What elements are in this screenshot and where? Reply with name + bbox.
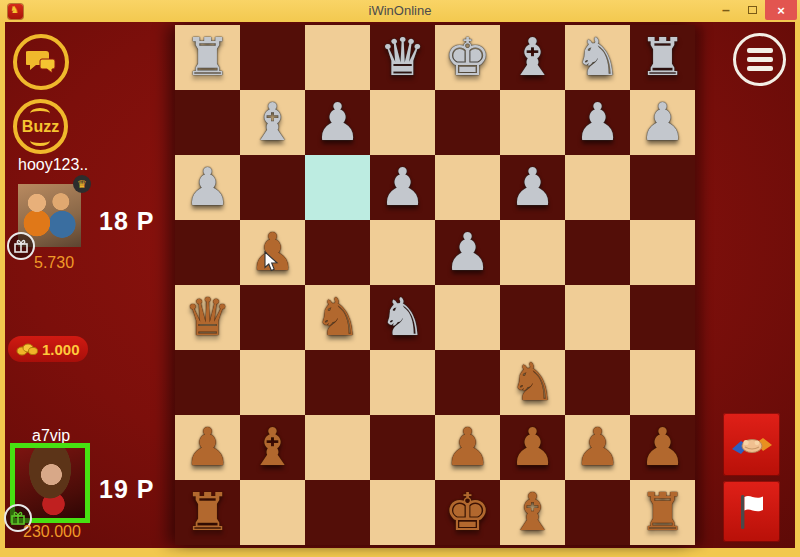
square-a5[interactable] [175, 220, 240, 285]
square-b3[interactable] [240, 350, 305, 415]
square-e4[interactable] [435, 285, 500, 350]
black-knight-d4[interactable]: ♞ [379, 285, 426, 350]
square-g4[interactable] [565, 285, 630, 350]
white-queen-a4[interactable]: ♛ [184, 285, 231, 350]
square-c5[interactable] [305, 220, 370, 285]
square-c7[interactable]: ♟ [305, 90, 370, 155]
square-e8[interactable]: ♚ [435, 25, 500, 90]
stake-badge: 1.000 [8, 336, 88, 362]
white-king-e1[interactable]: ♚ [444, 480, 491, 545]
square-f2[interactable]: ♟ [500, 415, 565, 480]
player-coins: 230.000 [23, 523, 81, 541]
player-points: 19 P [99, 475, 154, 504]
square-b8[interactable] [240, 25, 305, 90]
square-h5[interactable] [630, 220, 695, 285]
offer-draw-button[interactable] [723, 413, 780, 476]
square-a7[interactable] [175, 90, 240, 155]
maximize-button[interactable] [739, 0, 765, 20]
square-h6[interactable] [630, 155, 695, 220]
opponent-gift-button[interactable] [7, 232, 35, 260]
square-a8[interactable]: ♜ [175, 25, 240, 90]
square-d4[interactable]: ♞ [370, 285, 435, 350]
square-g8[interactable]: ♞ [565, 25, 630, 90]
square-b5[interactable]: ♟ [240, 220, 305, 285]
white-flag-icon [735, 492, 769, 532]
resign-button[interactable] [723, 481, 780, 542]
square-g5[interactable] [565, 220, 630, 285]
square-c6[interactable] [305, 155, 370, 220]
opponent-name: hooy123.. [18, 156, 88, 174]
handshake-icon [731, 429, 773, 461]
square-e3[interactable] [435, 350, 500, 415]
square-a4[interactable]: ♛ [175, 285, 240, 350]
square-h3[interactable] [630, 350, 695, 415]
square-d7[interactable] [370, 90, 435, 155]
square-d6[interactable]: ♟ [370, 155, 435, 220]
square-c1[interactable] [305, 480, 370, 545]
square-g2[interactable]: ♟ [565, 415, 630, 480]
maximize-icon [748, 6, 757, 14]
black-pawn-g7[interactable]: ♟ [574, 90, 621, 155]
square-g6[interactable] [565, 155, 630, 220]
square-f3[interactable]: ♞ [500, 350, 565, 415]
white-knight-f3[interactable]: ♞ [509, 350, 556, 415]
square-h7[interactable]: ♟ [630, 90, 695, 155]
white-pawn-f2[interactable]: ♟ [509, 415, 556, 480]
window-title: iWinOnline [0, 3, 800, 18]
black-knight-g8[interactable]: ♞ [574, 25, 621, 90]
square-d2[interactable] [370, 415, 435, 480]
black-pawn-c7[interactable]: ♟ [314, 90, 361, 155]
square-f4[interactable] [500, 285, 565, 350]
titlebar: iWinOnline – × [0, 0, 800, 22]
square-f5[interactable] [500, 220, 565, 285]
square-g3[interactable] [565, 350, 630, 415]
square-b1[interactable] [240, 480, 305, 545]
square-e2[interactable]: ♟ [435, 415, 500, 480]
crown-icon: ♛ [73, 175, 91, 193]
black-rook-h8[interactable]: ♜ [639, 25, 686, 90]
black-rook-a8[interactable]: ♜ [184, 25, 231, 90]
square-c4[interactable]: ♞ [305, 285, 370, 350]
square-g1[interactable] [565, 480, 630, 545]
black-bishop-f8[interactable]: ♝ [509, 25, 556, 90]
square-b7[interactable]: ♝ [240, 90, 305, 155]
close-button[interactable]: × [765, 0, 797, 20]
white-bishop-b2[interactable]: ♝ [249, 415, 296, 480]
square-d5[interactable] [370, 220, 435, 285]
square-h4[interactable] [630, 285, 695, 350]
app-window: iWinOnline – × ♜♛♚♝♞♜♝♟♟♟♟♟♟♟♟♛♞♞♞♟♝♟♟♟♟… [0, 0, 800, 557]
square-h2[interactable]: ♟ [630, 415, 695, 480]
black-pawn-f6[interactable]: ♟ [509, 155, 556, 220]
white-pawn-b5[interactable]: ♟ [249, 220, 296, 285]
black-queen-d8[interactable]: ♛ [379, 25, 426, 90]
black-bishop-b7[interactable]: ♝ [249, 90, 296, 155]
square-b4[interactable] [240, 285, 305, 350]
black-pawn-e5[interactable]: ♟ [444, 220, 491, 285]
white-knight-c4[interactable]: ♞ [314, 285, 361, 350]
square-h8[interactable]: ♜ [630, 25, 695, 90]
square-e1[interactable]: ♚ [435, 480, 500, 545]
square-d1[interactable] [370, 480, 435, 545]
square-e7[interactable] [435, 90, 500, 155]
window-controls: – × [713, 0, 800, 22]
square-f7[interactable] [500, 90, 565, 155]
gift-icon [14, 239, 28, 253]
square-a3[interactable] [175, 350, 240, 415]
chess-board: ♜♛♚♝♞♜♝♟♟♟♟♟♟♟♟♛♞♞♞♟♝♟♟♟♟♜♚♝♜ [175, 25, 695, 545]
chat-button[interactable] [13, 34, 69, 90]
white-pawn-h2[interactable]: ♟ [639, 415, 686, 480]
square-f1[interactable]: ♝ [500, 480, 565, 545]
menu-button[interactable] [733, 33, 786, 86]
buzz-icon: Buzz [22, 118, 59, 136]
square-a6[interactable]: ♟ [175, 155, 240, 220]
white-pawn-e2[interactable]: ♟ [444, 415, 491, 480]
square-d3[interactable] [370, 350, 435, 415]
square-f6[interactable]: ♟ [500, 155, 565, 220]
stake-amount: 1.000 [42, 341, 80, 358]
square-b6[interactable] [240, 155, 305, 220]
square-c2[interactable] [305, 415, 370, 480]
chat-icon [26, 49, 56, 75]
square-g7[interactable]: ♟ [565, 90, 630, 155]
square-c3[interactable] [305, 350, 370, 415]
square-b2[interactable]: ♝ [240, 415, 305, 480]
square-e6[interactable] [435, 155, 500, 220]
white-rook-a1[interactable]: ♜ [184, 480, 231, 545]
white-bishop-f1[interactable]: ♝ [509, 480, 556, 545]
square-d8[interactable]: ♛ [370, 25, 435, 90]
black-pawn-a6[interactable]: ♟ [184, 155, 231, 220]
opponent-coins: 5.730 [34, 254, 74, 272]
buzz-button[interactable]: Buzz [13, 99, 68, 154]
minimize-button[interactable]: – [713, 0, 739, 20]
hamburger-icon [747, 48, 773, 53]
square-h1[interactable]: ♜ [630, 480, 695, 545]
square-c8[interactable] [305, 25, 370, 90]
black-pawn-d6[interactable]: ♟ [379, 155, 426, 220]
square-f8[interactable]: ♝ [500, 25, 565, 90]
white-rook-h1[interactable]: ♜ [639, 480, 686, 545]
square-a2[interactable]: ♟ [175, 415, 240, 480]
opponent-points: 18 P [99, 207, 154, 236]
white-pawn-a2[interactable]: ♟ [184, 415, 231, 480]
white-pawn-g2[interactable]: ♟ [574, 415, 621, 480]
square-e5[interactable]: ♟ [435, 220, 500, 285]
square-a1[interactable]: ♜ [175, 480, 240, 545]
black-pawn-h7[interactable]: ♟ [639, 90, 686, 155]
black-king-e8[interactable]: ♚ [444, 25, 491, 90]
coins-icon [16, 342, 38, 356]
